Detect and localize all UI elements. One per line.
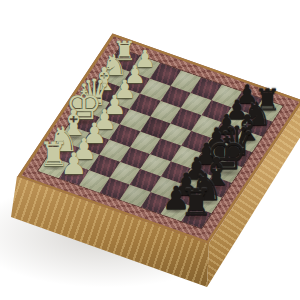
piece-white-pawn-h2: ♟ (59, 149, 89, 179)
piece-black-rook-h8: ♜ (178, 185, 215, 222)
chess-set-photo: ♜♟♟♜♞♟♟♞♝♟♟♝♛♟♟♛♚♟♟♚♝♟♟♝♞♟♟♞♜♟♟♜ (0, 0, 300, 300)
